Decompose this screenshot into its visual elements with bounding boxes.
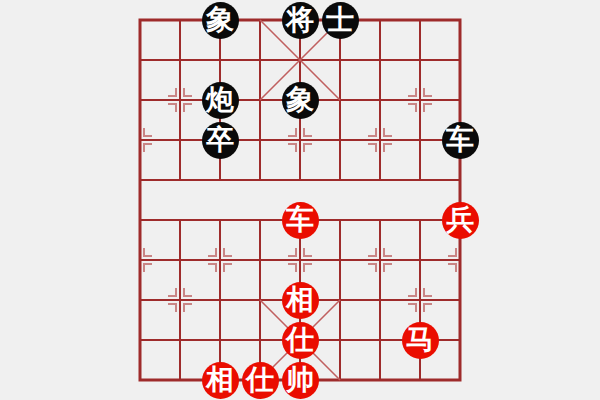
piece-red-elephant[interactable]: 相 [282, 282, 319, 319]
piece-black-pawn[interactable]: 卒 [202, 122, 239, 159]
piece-red-chariot[interactable]: 车 [282, 202, 319, 239]
piece-red-horse[interactable]: 马 [402, 322, 439, 359]
piece-red-pawn[interactable]: 兵 [442, 202, 479, 239]
piece-black-general[interactable]: 将 [282, 2, 319, 39]
piece-black-cannon[interactable]: 炮 [202, 82, 239, 119]
piece-red-general[interactable]: 帅 [282, 362, 319, 399]
piece-red-advisor[interactable]: 仕 [282, 322, 319, 359]
piece-red-advisor[interactable]: 仕 [242, 362, 279, 399]
piece-black-elephant[interactable]: 象 [282, 82, 319, 119]
piece-black-elephant[interactable]: 象 [202, 2, 239, 39]
piece-black-chariot[interactable]: 车 [442, 122, 479, 159]
piece-black-advisor[interactable]: 士 [322, 2, 359, 39]
xiangqi-board: 象将士炮象卒车车兵相仕马相仕帅 [0, 0, 600, 400]
xiangqi-app: 象将士炮象卒车车兵相仕马相仕帅 [0, 0, 600, 400]
piece-red-elephant[interactable]: 相 [202, 362, 239, 399]
